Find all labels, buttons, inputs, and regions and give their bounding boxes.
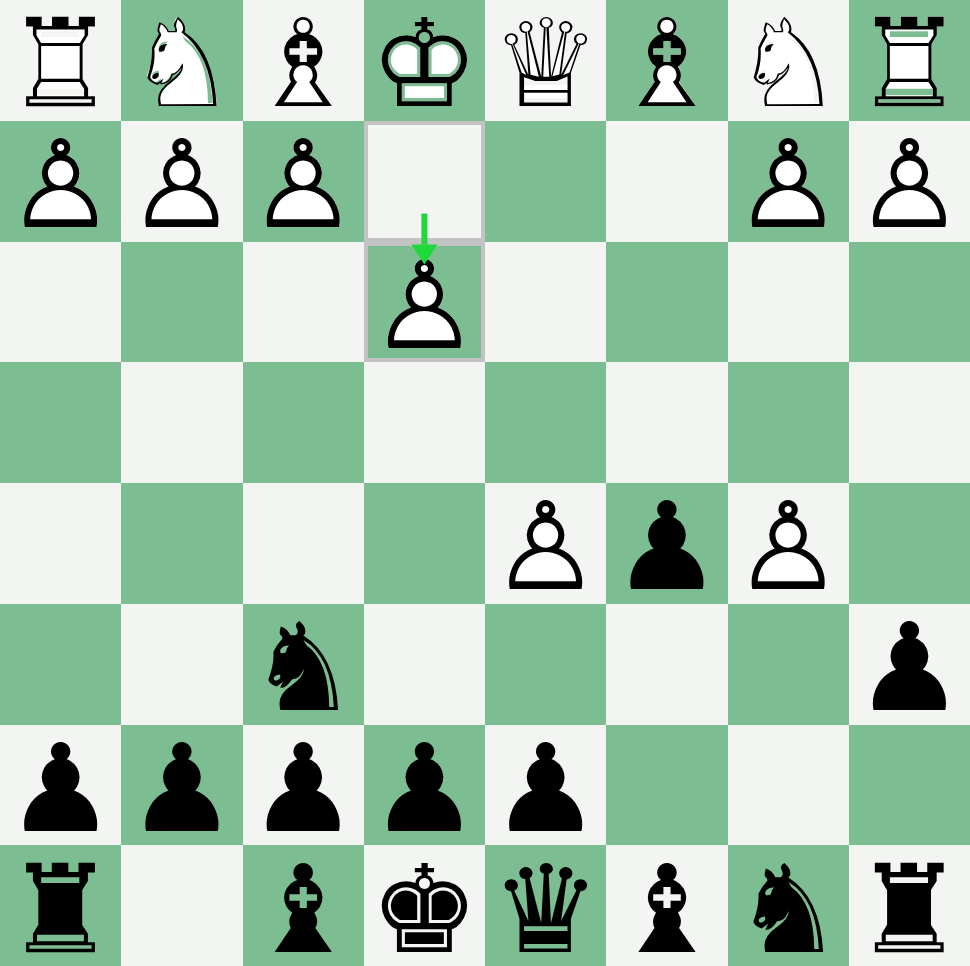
square-e4[interactable] <box>364 362 485 483</box>
white-knight-icon: ♞♘ <box>121 0 242 121</box>
white-bishop-icon: ♝♗ <box>606 0 727 121</box>
square-f8[interactable]: ♝ <box>243 845 364 966</box>
black-bishop-icon: ♝ <box>606 845 727 966</box>
square-f2[interactable]: ♟♙ <box>243 121 364 242</box>
square-f1[interactable]: ♝♗ <box>243 0 364 121</box>
square-c3[interactable] <box>606 242 727 363</box>
square-a6[interactable]: ♟ <box>849 604 970 725</box>
square-c5[interactable]: ♟ <box>606 483 727 604</box>
white-pawn-icon: ♟♙ <box>364 242 485 363</box>
white-pawn-icon: ♟♙ <box>0 121 121 242</box>
black-pawn-icon: ♟ <box>121 725 242 846</box>
square-a7[interactable] <box>849 725 970 846</box>
square-h2[interactable]: ♟♙ <box>0 121 121 242</box>
square-g6[interactable] <box>121 604 242 725</box>
square-c4[interactable] <box>606 362 727 483</box>
black-king-icon: ♚ <box>364 845 485 966</box>
square-g4[interactable] <box>121 362 242 483</box>
black-pawn-icon: ♟ <box>364 725 485 846</box>
square-b7[interactable] <box>728 725 849 846</box>
square-a8[interactable]: ♜ <box>849 845 970 966</box>
square-c8[interactable]: ♝ <box>606 845 727 966</box>
white-pawn-icon: ♟♙ <box>243 121 364 242</box>
black-pawn-icon: ♟ <box>606 483 727 604</box>
black-knight-icon: ♞ <box>728 845 849 966</box>
black-queen-icon: ♛ <box>485 845 606 966</box>
square-h6[interactable] <box>0 604 121 725</box>
square-e5[interactable] <box>364 483 485 604</box>
square-a4[interactable] <box>849 362 970 483</box>
chess-board: ♜♖♞♘♝♗♚♔♛♕♝♗♞♘♜♖♟♙♟♙♟♙♟♙♟♙♟♙♟♙♟♟♙♞♟♟♟♟♟♟… <box>0 0 970 966</box>
white-pawn-icon: ♟♙ <box>121 121 242 242</box>
black-rook-icon: ♜ <box>849 845 970 966</box>
square-b4[interactable] <box>728 362 849 483</box>
square-b2[interactable]: ♟♙ <box>728 121 849 242</box>
square-e6[interactable] <box>364 604 485 725</box>
square-f3[interactable] <box>243 242 364 363</box>
square-a1[interactable]: ♜♖ <box>849 0 970 121</box>
black-pawn-icon: ♟ <box>485 725 606 846</box>
square-h7[interactable]: ♟ <box>0 725 121 846</box>
black-rook-icon: ♜ <box>0 845 121 966</box>
square-a5[interactable] <box>849 483 970 604</box>
black-bishop-icon: ♝ <box>243 845 364 966</box>
square-c7[interactable] <box>606 725 727 846</box>
square-c6[interactable] <box>606 604 727 725</box>
square-h8[interactable]: ♜ <box>0 845 121 966</box>
white-bishop-icon: ♝♗ <box>243 0 364 121</box>
square-e2[interactable] <box>364 121 485 242</box>
chess-board-container: ♜♖♞♘♝♗♚♔♛♕♝♗♞♘♜♖♟♙♟♙♟♙♟♙♟♙♟♙♟♙♟♟♙♞♟♟♟♟♟♟… <box>0 0 970 966</box>
black-pawn-icon: ♟ <box>0 725 121 846</box>
white-pawn-icon: ♟♙ <box>849 121 970 242</box>
square-f6[interactable]: ♞ <box>243 604 364 725</box>
white-pawn-icon: ♟♙ <box>728 483 849 604</box>
square-h4[interactable] <box>0 362 121 483</box>
square-d5[interactable]: ♟♙ <box>485 483 606 604</box>
square-g1[interactable]: ♞♘ <box>121 0 242 121</box>
square-d8[interactable]: ♛ <box>485 845 606 966</box>
white-knight-icon: ♞♘ <box>728 0 849 121</box>
square-d4[interactable] <box>485 362 606 483</box>
square-a3[interactable] <box>849 242 970 363</box>
square-g5[interactable] <box>121 483 242 604</box>
square-d7[interactable]: ♟ <box>485 725 606 846</box>
square-g7[interactable]: ♟ <box>121 725 242 846</box>
square-d3[interactable] <box>485 242 606 363</box>
square-c1[interactable]: ♝♗ <box>606 0 727 121</box>
white-rook-icon: ♜♖ <box>0 0 121 121</box>
square-h1[interactable]: ♜♖ <box>0 0 121 121</box>
square-d6[interactable] <box>485 604 606 725</box>
square-b3[interactable] <box>728 242 849 363</box>
white-queen-icon: ♛♕ <box>485 0 606 121</box>
square-e3[interactable]: ♟♙ <box>364 242 485 363</box>
square-b6[interactable] <box>728 604 849 725</box>
square-g2[interactable]: ♟♙ <box>121 121 242 242</box>
black-pawn-icon: ♟ <box>243 725 364 846</box>
square-d2[interactable] <box>485 121 606 242</box>
square-f7[interactable]: ♟ <box>243 725 364 846</box>
square-f4[interactable] <box>243 362 364 483</box>
square-b1[interactable]: ♞♘ <box>728 0 849 121</box>
square-h5[interactable] <box>0 483 121 604</box>
square-e1[interactable]: ♚♔ <box>364 0 485 121</box>
square-a2[interactable]: ♟♙ <box>849 121 970 242</box>
square-b5[interactable]: ♟♙ <box>728 483 849 604</box>
square-f5[interactable] <box>243 483 364 604</box>
square-e7[interactable]: ♟ <box>364 725 485 846</box>
square-b8[interactable]: ♞ <box>728 845 849 966</box>
black-knight-icon: ♞ <box>243 604 364 725</box>
white-rook-icon: ♜♖ <box>849 0 970 121</box>
square-e8[interactable]: ♚ <box>364 845 485 966</box>
square-g3[interactable] <box>121 242 242 363</box>
white-king-icon: ♚♔ <box>364 0 485 121</box>
square-d1[interactable]: ♛♕ <box>485 0 606 121</box>
white-pawn-icon: ♟♙ <box>485 483 606 604</box>
square-g8[interactable] <box>121 845 242 966</box>
square-h3[interactable] <box>0 242 121 363</box>
white-pawn-icon: ♟♙ <box>728 121 849 242</box>
square-c2[interactable] <box>606 121 727 242</box>
black-pawn-icon: ♟ <box>849 604 970 725</box>
